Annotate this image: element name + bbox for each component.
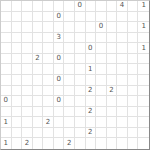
clue-cell: 1 — [138, 43, 149, 54]
clue-cell: 2 — [33, 54, 44, 65]
empty-cell[interactable] — [107, 1, 118, 12]
empty-cell[interactable] — [96, 128, 107, 139]
clue-digit: 1 — [141, 2, 145, 9]
empty-cell[interactable] — [128, 138, 139, 149]
clue-digit: 0 — [56, 55, 60, 62]
empty-cell[interactable] — [22, 12, 33, 23]
empty-cell[interactable] — [43, 12, 54, 23]
empty-cell[interactable] — [12, 138, 23, 149]
empty-cell[interactable] — [117, 43, 128, 54]
empty-cell[interactable] — [54, 138, 65, 149]
empty-cell[interactable] — [128, 22, 139, 33]
empty-cell[interactable] — [107, 138, 118, 149]
empty-cell[interactable] — [22, 96, 33, 107]
empty-cell[interactable] — [117, 33, 128, 44]
empty-cell[interactable] — [1, 22, 12, 33]
clue-cell: 3 — [54, 33, 65, 44]
empty-cell[interactable] — [96, 107, 107, 118]
empty-cell[interactable] — [22, 128, 33, 139]
empty-cell[interactable] — [12, 107, 23, 118]
empty-cell[interactable] — [12, 12, 23, 23]
clue-cell: 2 — [64, 138, 75, 149]
empty-cell[interactable] — [128, 54, 139, 65]
empty-cell[interactable] — [43, 22, 54, 33]
empty-cell[interactable] — [128, 43, 139, 54]
empty-cell[interactable] — [12, 1, 23, 12]
clue-cell: 1 — [1, 117, 12, 128]
clue-digit: 2 — [25, 140, 29, 147]
empty-cell[interactable] — [12, 75, 23, 86]
empty-cell[interactable] — [33, 1, 44, 12]
empty-cell[interactable] — [107, 128, 118, 139]
empty-cell[interactable] — [12, 128, 23, 139]
clue-digit: 1 — [141, 45, 145, 52]
empty-cell[interactable] — [128, 12, 139, 23]
empty-cell[interactable] — [96, 96, 107, 107]
clue-cell: 0 — [86, 43, 97, 54]
clue-cell: 2 — [86, 128, 97, 139]
empty-cell[interactable] — [22, 54, 33, 65]
empty-cell[interactable] — [107, 54, 118, 65]
empty-cell[interactable] — [33, 138, 44, 149]
empty-cell[interactable] — [75, 117, 86, 128]
empty-cell[interactable] — [54, 117, 65, 128]
clue-digit: 1 — [141, 23, 145, 30]
empty-cell[interactable] — [43, 128, 54, 139]
empty-cell[interactable] — [117, 75, 128, 86]
empty-cell[interactable] — [75, 86, 86, 97]
empty-cell[interactable] — [12, 64, 23, 75]
empty-cell[interactable] — [43, 107, 54, 118]
empty-cell[interactable] — [12, 43, 23, 54]
clue-digit: 1 — [4, 140, 8, 147]
empty-cell[interactable] — [117, 138, 128, 149]
empty-cell[interactable] — [138, 86, 149, 97]
empty-cell[interactable] — [22, 117, 33, 128]
empty-cell[interactable] — [33, 64, 44, 75]
empty-cell[interactable] — [128, 86, 139, 97]
clue-cell: 1 — [138, 1, 149, 12]
empty-cell[interactable] — [107, 117, 118, 128]
empty-cell[interactable] — [75, 138, 86, 149]
empty-cell[interactable] — [138, 128, 149, 139]
empty-cell[interactable] — [22, 75, 33, 86]
clue-cell: 0 — [1, 96, 12, 107]
clue-cell: 2 — [107, 86, 118, 97]
empty-cell[interactable] — [54, 22, 65, 33]
clue-digit: 0 — [78, 2, 82, 9]
empty-cell[interactable] — [22, 107, 33, 118]
empty-cell[interactable] — [96, 86, 107, 97]
empty-cell[interactable] — [138, 138, 149, 149]
empty-cell[interactable] — [1, 107, 12, 118]
empty-cell[interactable] — [138, 12, 149, 23]
clue-digit: 3 — [56, 34, 60, 41]
clue-cell: 1 — [86, 64, 97, 75]
clue-cell: 2 — [22, 138, 33, 149]
empty-cell[interactable] — [107, 75, 118, 86]
empty-cell[interactable] — [128, 33, 139, 44]
empty-cell[interactable] — [86, 75, 97, 86]
empty-cell[interactable] — [117, 64, 128, 75]
empty-cell[interactable] — [54, 1, 65, 12]
empty-cell[interactable] — [107, 22, 118, 33]
empty-cell[interactable] — [43, 86, 54, 97]
empty-cell[interactable] — [1, 75, 12, 86]
clue-cell: 0 — [96, 22, 107, 33]
empty-cell[interactable] — [86, 138, 97, 149]
empty-cell[interactable] — [128, 128, 139, 139]
empty-cell[interactable] — [75, 96, 86, 107]
puzzle-board: 041001301201022002122122 — [0, 0, 150, 150]
empty-cell[interactable] — [75, 43, 86, 54]
clue-cell: 0 — [75, 1, 86, 12]
empty-cell[interactable] — [64, 33, 75, 44]
empty-cell[interactable] — [117, 107, 128, 118]
empty-cell[interactable] — [86, 33, 97, 44]
empty-cell[interactable] — [54, 128, 65, 139]
empty-cell[interactable] — [138, 33, 149, 44]
empty-cell[interactable] — [43, 138, 54, 149]
empty-cell[interactable] — [43, 43, 54, 54]
empty-cell[interactable] — [64, 117, 75, 128]
empty-cell[interactable] — [96, 1, 107, 12]
empty-cell[interactable] — [64, 22, 75, 33]
empty-cell[interactable] — [43, 54, 54, 65]
empty-cell[interactable] — [43, 64, 54, 75]
empty-cell[interactable] — [96, 138, 107, 149]
empty-cell[interactable] — [64, 64, 75, 75]
clue-digit: 2 — [67, 140, 71, 147]
clue-digit: 0 — [88, 45, 92, 52]
empty-cell[interactable] — [107, 107, 118, 118]
empty-cell[interactable] — [117, 86, 128, 97]
clue-cell: 0 — [54, 96, 65, 107]
empty-cell[interactable] — [43, 1, 54, 12]
empty-cell[interactable] — [33, 107, 44, 118]
empty-cell[interactable] — [12, 54, 23, 65]
empty-cell[interactable] — [75, 54, 86, 65]
empty-cell[interactable] — [128, 117, 139, 128]
clue-digit: 1 — [4, 119, 8, 126]
empty-cell[interactable] — [1, 33, 12, 44]
empty-cell[interactable] — [138, 117, 149, 128]
clue-digit: 2 — [109, 87, 113, 94]
empty-cell[interactable] — [54, 64, 65, 75]
empty-cell[interactable] — [86, 54, 97, 65]
clue-cell: 2 — [86, 86, 97, 97]
empty-cell[interactable] — [22, 33, 33, 44]
empty-cell[interactable] — [75, 128, 86, 139]
empty-cell[interactable] — [107, 96, 118, 107]
empty-cell[interactable] — [64, 75, 75, 86]
clue-digit: 0 — [99, 23, 103, 30]
empty-cell[interactable] — [43, 75, 54, 86]
empty-cell[interactable] — [117, 96, 128, 107]
empty-cell[interactable] — [22, 1, 33, 12]
empty-cell[interactable] — [12, 96, 23, 107]
empty-cell[interactable] — [107, 12, 118, 23]
clue-cell: 4 — [117, 1, 128, 12]
clue-cell: 0 — [54, 75, 65, 86]
clue-digit: 2 — [88, 108, 92, 115]
empty-cell[interactable] — [75, 107, 86, 118]
empty-cell[interactable] — [22, 64, 33, 75]
clue-digit: 0 — [56, 76, 60, 83]
empty-cell[interactable] — [96, 54, 107, 65]
empty-cell[interactable] — [54, 107, 65, 118]
empty-cell[interactable] — [33, 75, 44, 86]
empty-cell[interactable] — [138, 54, 149, 65]
empty-cell[interactable] — [22, 22, 33, 33]
empty-cell[interactable] — [86, 12, 97, 23]
empty-cell[interactable] — [86, 96, 97, 107]
clue-digit: 2 — [46, 119, 50, 126]
empty-cell[interactable] — [86, 117, 97, 128]
empty-cell[interactable] — [1, 1, 12, 12]
clue-digit: 2 — [35, 55, 39, 62]
empty-cell[interactable] — [75, 33, 86, 44]
empty-cell[interactable] — [128, 107, 139, 118]
empty-cell[interactable] — [64, 12, 75, 23]
empty-cell[interactable] — [64, 1, 75, 12]
empty-cell[interactable] — [138, 107, 149, 118]
empty-cell[interactable] — [117, 22, 128, 33]
empty-cell[interactable] — [64, 43, 75, 54]
empty-cell[interactable] — [128, 1, 139, 12]
empty-cell[interactable] — [75, 64, 86, 75]
empty-cell[interactable] — [33, 43, 44, 54]
empty-cell[interactable] — [117, 117, 128, 128]
empty-cell[interactable] — [54, 43, 65, 54]
empty-cell[interactable] — [33, 128, 44, 139]
empty-cell[interactable] — [1, 12, 12, 23]
empty-cell[interactable] — [96, 75, 107, 86]
empty-cell[interactable] — [117, 128, 128, 139]
empty-cell[interactable] — [1, 86, 12, 97]
empty-cell[interactable] — [86, 22, 97, 33]
empty-cell[interactable] — [75, 22, 86, 33]
clue-digit: 1 — [88, 66, 92, 73]
empty-cell[interactable] — [138, 64, 149, 75]
empty-cell[interactable] — [33, 86, 44, 97]
empty-cell[interactable] — [33, 33, 44, 44]
empty-cell[interactable] — [64, 107, 75, 118]
empty-cell[interactable] — [33, 96, 44, 107]
empty-cell[interactable] — [75, 12, 86, 23]
empty-cell[interactable] — [1, 43, 12, 54]
empty-cell[interactable] — [22, 86, 33, 97]
empty-cell[interactable] — [33, 22, 44, 33]
clue-cell: 1 — [1, 138, 12, 149]
clue-digit: 4 — [120, 2, 124, 9]
empty-cell[interactable] — [96, 43, 107, 54]
empty-cell[interactable] — [33, 117, 44, 128]
empty-cell[interactable] — [96, 64, 107, 75]
empty-cell[interactable] — [33, 12, 44, 23]
empty-cell[interactable] — [107, 64, 118, 75]
clue-digit: 0 — [56, 13, 60, 20]
empty-cell[interactable] — [107, 43, 118, 54]
empty-cell[interactable] — [64, 54, 75, 65]
empty-cell[interactable] — [64, 86, 75, 97]
empty-cell[interactable] — [96, 12, 107, 23]
empty-cell[interactable] — [12, 117, 23, 128]
empty-cell[interactable] — [96, 33, 107, 44]
empty-cell[interactable] — [12, 22, 23, 33]
empty-cell[interactable] — [1, 128, 12, 139]
empty-cell[interactable] — [128, 64, 139, 75]
empty-cell[interactable] — [1, 64, 12, 75]
empty-cell[interactable] — [43, 96, 54, 107]
empty-cell[interactable] — [96, 117, 107, 128]
clue-digit: 0 — [56, 97, 60, 104]
empty-cell[interactable] — [86, 1, 97, 12]
clue-digit: 2 — [88, 87, 92, 94]
empty-cell[interactable] — [1, 54, 12, 65]
empty-cell[interactable] — [22, 43, 33, 54]
clue-cell: 0 — [54, 54, 65, 65]
clue-digit: 2 — [88, 129, 92, 136]
empty-cell[interactable] — [117, 54, 128, 65]
empty-cell[interactable] — [43, 33, 54, 44]
empty-cell[interactable] — [64, 128, 75, 139]
empty-cell[interactable] — [117, 12, 128, 23]
empty-cell[interactable] — [12, 86, 23, 97]
empty-cell[interactable] — [128, 96, 139, 107]
empty-cell[interactable] — [64, 96, 75, 107]
clue-cell: 1 — [138, 22, 149, 33]
empty-cell[interactable] — [54, 86, 65, 97]
clue-cell: 0 — [54, 12, 65, 23]
clue-cell: 2 — [43, 117, 54, 128]
empty-cell[interactable] — [12, 33, 23, 44]
empty-cell[interactable] — [138, 75, 149, 86]
clue-cell: 2 — [86, 107, 97, 118]
clue-digit: 0 — [4, 97, 8, 104]
empty-cell[interactable] — [107, 33, 118, 44]
empty-cell[interactable] — [138, 96, 149, 107]
empty-cell[interactable] — [128, 75, 139, 86]
empty-cell[interactable] — [75, 75, 86, 86]
